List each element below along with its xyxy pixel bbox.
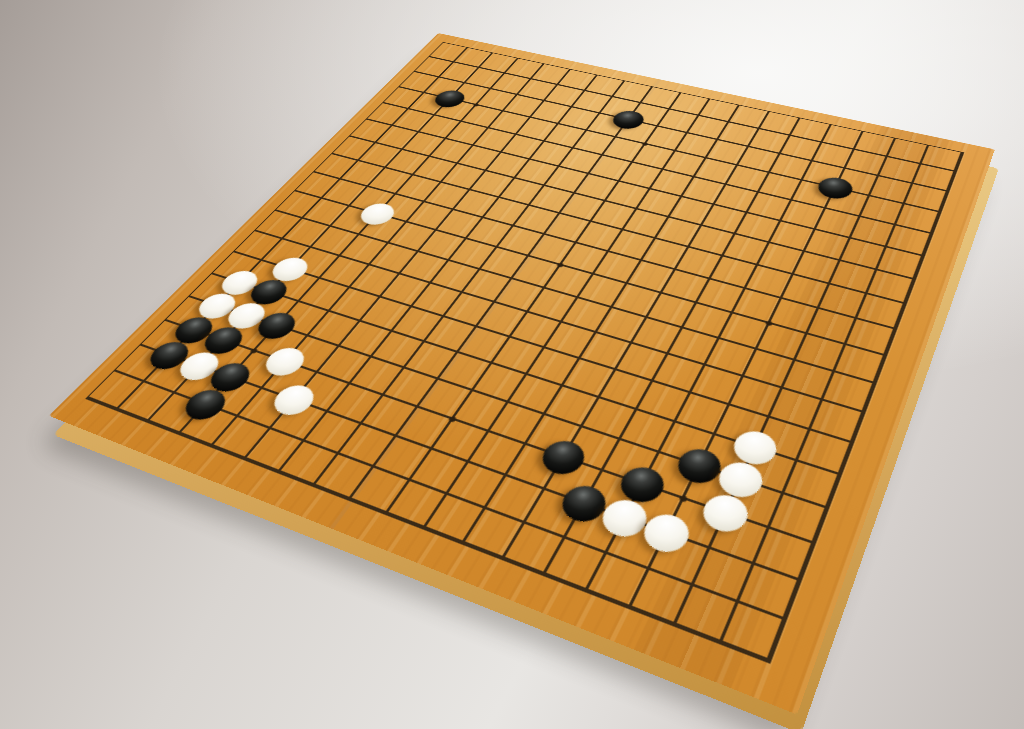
board-surface [49, 33, 995, 715]
black-stone [430, 88, 470, 109]
white-stone [267, 380, 321, 418]
scene [0, 0, 1024, 729]
black-stone [608, 108, 648, 131]
black-stone [535, 436, 590, 479]
go-board [0, 0, 1024, 729]
star-point [556, 262, 564, 267]
black-stone [672, 444, 727, 488]
white-stone [355, 200, 400, 227]
stones-layer [58, 32, 982, 690]
star-point [472, 103, 479, 107]
white-stone [259, 343, 312, 379]
star-point [641, 142, 648, 146]
star-point [249, 347, 258, 353]
star-point [448, 415, 457, 422]
star-point [765, 320, 773, 326]
star-point [678, 494, 688, 502]
black-stone [814, 174, 856, 201]
